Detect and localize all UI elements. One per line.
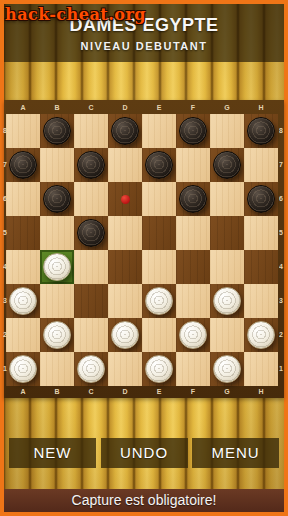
square-a7[interactable] [6,148,40,182]
file-label: D [108,387,142,398]
watermark-text: hack-cheat.org [5,5,146,24]
square-a1[interactable] [6,352,40,386]
rank-label: 1 [276,352,286,386]
file-labels-bottom: ABCDEFGH [6,387,278,398]
file-label: G [210,102,244,114]
new-button[interactable]: NEW [9,438,96,468]
square-g6[interactable] [210,182,244,216]
square-e7[interactable] [142,148,176,182]
square-f6[interactable] [176,182,210,216]
square-d5[interactable] [108,216,142,250]
white-piece[interactable] [247,321,275,349]
file-label: E [142,387,176,398]
square-h4[interactable] [244,250,278,284]
file-label: C [74,102,108,114]
square-d6[interactable] [108,182,142,216]
square-c5[interactable] [74,216,108,250]
white-piece[interactable] [43,321,71,349]
black-piece[interactable] [247,185,275,213]
level-subtitle: NIVEAU DEBUTANT [4,40,284,52]
rank-label: 8 [276,114,286,148]
square-c4[interactable] [74,250,108,284]
square-f3[interactable] [176,284,210,318]
square-f1[interactable] [176,352,210,386]
file-label: B [40,387,74,398]
rank-label: 3 [276,284,286,318]
white-piece[interactable] [9,355,37,383]
white-piece[interactable] [179,321,207,349]
rank-label: 1 [0,352,10,386]
white-piece[interactable] [213,355,241,383]
black-piece[interactable] [213,151,241,179]
square-e2[interactable] [142,318,176,352]
rank-label: 5 [276,216,286,250]
square-c2[interactable] [74,318,108,352]
square-f2[interactable] [176,318,210,352]
square-d2[interactable] [108,318,142,352]
square-f8[interactable] [176,114,210,148]
square-b6[interactable] [40,182,74,216]
square-d8[interactable] [108,114,142,148]
square-h7[interactable] [244,148,278,182]
rank-label: 2 [0,318,10,352]
file-label: H [244,102,278,114]
rank-label: 7 [276,148,286,182]
white-piece[interactable] [145,287,173,315]
square-a3[interactable] [6,284,40,318]
square-b2[interactable] [40,318,74,352]
square-c6[interactable] [74,182,108,216]
square-g7[interactable] [210,148,244,182]
white-piece[interactable] [145,355,173,383]
capture-target-dot [121,195,130,204]
file-labels-top: ABCDEFGH [6,102,278,114]
black-piece[interactable] [43,185,71,213]
square-c1[interactable] [74,352,108,386]
file-label: A [6,102,40,114]
white-piece[interactable] [77,355,105,383]
rank-label: 7 [0,148,10,182]
square-e4[interactable] [142,250,176,284]
square-g1[interactable] [210,352,244,386]
square-g3[interactable] [210,284,244,318]
checkers-board: ABCDEFGH ABCDEFGH 8877665544332211 [4,100,284,398]
undo-button[interactable]: UNDO [101,438,188,468]
square-h6[interactable] [244,182,278,216]
square-b4[interactable] [40,250,74,284]
rank-label: 4 [0,250,10,284]
rank-label: 6 [0,182,10,216]
rank-label: 6 [276,182,286,216]
square-h2[interactable] [244,318,278,352]
menu-button[interactable]: MENU [192,438,279,468]
board-grid [6,114,278,386]
black-piece[interactable] [247,117,275,145]
square-f7[interactable] [176,148,210,182]
square-a4[interactable] [6,250,40,284]
square-g4[interactable] [210,250,244,284]
square-h1[interactable] [244,352,278,386]
square-b7[interactable] [40,148,74,182]
square-c3[interactable] [74,284,108,318]
black-piece[interactable] [77,219,105,247]
black-piece[interactable] [145,151,173,179]
file-label: E [142,102,176,114]
status-message: Capture est obligatoire! [4,489,284,512]
square-h5[interactable] [244,216,278,250]
rank-label: 8 [0,114,10,148]
black-piece[interactable] [111,117,139,145]
square-e1[interactable] [142,352,176,386]
square-a8[interactable] [6,114,40,148]
square-f5[interactable] [176,216,210,250]
square-b5[interactable] [40,216,74,250]
square-a6[interactable] [6,182,40,216]
square-e3[interactable] [142,284,176,318]
file-label: C [74,387,108,398]
square-h3[interactable] [244,284,278,318]
rank-label: 5 [0,216,10,250]
square-d3[interactable] [108,284,142,318]
file-label: G [210,387,244,398]
black-piece[interactable] [9,151,37,179]
square-b3[interactable] [40,284,74,318]
file-label: F [176,102,210,114]
black-piece[interactable] [179,117,207,145]
file-label: B [40,102,74,114]
rank-label: 4 [276,250,286,284]
square-g8[interactable] [210,114,244,148]
black-piece[interactable] [77,151,105,179]
square-d7[interactable] [108,148,142,182]
rank-label: 2 [276,318,286,352]
white-piece[interactable] [111,321,139,349]
black-piece[interactable] [43,117,71,145]
toolbar: NEW UNDO MENU [4,438,284,468]
file-label: H [244,387,278,398]
square-f4[interactable] [176,250,210,284]
white-piece[interactable] [43,253,71,281]
file-label: D [108,102,142,114]
square-e6[interactable] [142,182,176,216]
rank-label: 3 [0,284,10,318]
square-g5[interactable] [210,216,244,250]
square-b1[interactable] [40,352,74,386]
square-c7[interactable] [74,148,108,182]
square-e8[interactable] [142,114,176,148]
square-d1[interactable] [108,352,142,386]
black-piece[interactable] [179,185,207,213]
file-label: F [176,387,210,398]
square-a5[interactable] [6,216,40,250]
white-piece[interactable] [213,287,241,315]
app-screen: DAMES EGYPTE NIVEAU DEBUTANT hack-cheat.… [0,0,288,516]
square-d4[interactable] [108,250,142,284]
square-e5[interactable] [142,216,176,250]
square-a2[interactable] [6,318,40,352]
square-c8[interactable] [74,114,108,148]
square-h8[interactable] [244,114,278,148]
square-b8[interactable] [40,114,74,148]
white-piece[interactable] [9,287,37,315]
file-label: A [6,387,40,398]
square-g2[interactable] [210,318,244,352]
